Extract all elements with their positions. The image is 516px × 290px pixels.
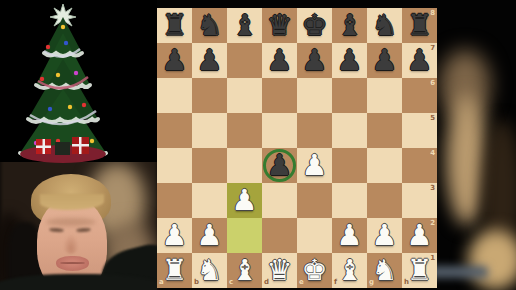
square-f6[interactable] (332, 78, 367, 113)
square-h4[interactable]: 4 (402, 148, 437, 183)
black-knight-g8[interactable]: ♞ (367, 8, 402, 43)
square-e8[interactable]: ♚ (297, 8, 332, 43)
square-b1[interactable]: ♞b (192, 253, 227, 288)
streamer-shirt (0, 274, 157, 290)
square-f3[interactable] (332, 183, 367, 218)
rank-coordinate-5: 5 (430, 115, 435, 122)
background-blob (468, 230, 516, 290)
square-b8[interactable]: ♞ (192, 8, 227, 43)
square-c4[interactable] (227, 148, 262, 183)
black-pawn-d7[interactable]: ♟ (262, 43, 297, 78)
black-bishop-c8[interactable]: ♝ (227, 8, 262, 43)
square-f1[interactable]: ♝f (332, 253, 367, 288)
square-a1[interactable]: ♜a (157, 253, 192, 288)
square-d4[interactable]: ♟ (262, 148, 297, 183)
streamer-lip-line (60, 262, 85, 264)
square-e7[interactable]: ♟ (297, 43, 332, 78)
file-coordinate-f: f (334, 279, 337, 286)
file-coordinate-e: e (299, 279, 304, 286)
square-d3[interactable] (262, 183, 297, 218)
square-d1[interactable]: ♛d (262, 253, 297, 288)
black-rook-a8[interactable]: ♜ (157, 8, 192, 43)
square-e2[interactable] (297, 218, 332, 253)
square-e6[interactable] (297, 78, 332, 113)
square-a2[interactable]: ♟ (157, 218, 192, 253)
black-pawn-b7[interactable]: ♟ (192, 43, 227, 78)
square-b6[interactable] (192, 78, 227, 113)
square-f7[interactable]: ♟ (332, 43, 367, 78)
square-d7[interactable]: ♟ (262, 43, 297, 78)
white-pawn-e4[interactable]: ♟ (297, 148, 332, 183)
rank-coordinate-3: 3 (430, 185, 435, 192)
square-b3[interactable] (192, 183, 227, 218)
rank-coordinate-2: 2 (430, 220, 435, 227)
square-c7[interactable] (227, 43, 262, 78)
square-h8[interactable]: ♜8 (402, 8, 437, 43)
christmas-tree (8, 3, 118, 166)
rank-coordinate-6: 6 (430, 80, 435, 87)
black-pawn-f7[interactable]: ♟ (332, 43, 367, 78)
square-c6[interactable] (227, 78, 262, 113)
streamer-brow (46, 218, 96, 226)
square-b5[interactable] (192, 113, 227, 148)
rank-coordinate-1: 1 (430, 255, 435, 262)
square-h5[interactable]: 5 (402, 113, 437, 148)
square-a7[interactable]: ♟ (157, 43, 192, 78)
square-h2[interactable]: ♟2 (402, 218, 437, 253)
square-f4[interactable] (332, 148, 367, 183)
square-b4[interactable] (192, 148, 227, 183)
black-pawn-e7[interactable]: ♟ (297, 43, 332, 78)
square-c3[interactable]: ♟ (227, 183, 262, 218)
file-coordinate-b: b (194, 279, 199, 286)
square-e3[interactable] (297, 183, 332, 218)
square-a8[interactable]: ♜ (157, 8, 192, 43)
square-f5[interactable] (332, 113, 367, 148)
file-coordinate-g: g (369, 279, 374, 286)
square-h1[interactable]: ♜1h (402, 253, 437, 288)
square-e1[interactable]: ♚e (297, 253, 332, 288)
streamer-nose (63, 234, 79, 254)
square-g4[interactable] (367, 148, 402, 183)
rank-coordinate-7: 7 (430, 45, 435, 52)
video-frame: ♜♞♝♛♚♝♞♜8♟♟♟♟♟♟♟765♟♟4♟3♟♟♟♟♟2♜a♞b♝c♛d♚e… (0, 0, 516, 290)
square-d8[interactable]: ♛ (262, 8, 297, 43)
white-bishop-f1[interactable]: ♝ (332, 253, 367, 288)
square-a6[interactable] (157, 78, 192, 113)
square-c8[interactable]: ♝ (227, 8, 262, 43)
square-g2[interactable]: ♟ (367, 218, 402, 253)
white-pawn-c3[interactable]: ♟ (227, 183, 262, 218)
chess-board: ♜♞♝♛♚♝♞♜8♟♟♟♟♟♟♟765♟♟4♟3♟♟♟♟♟2♜a♞b♝c♛d♚e… (157, 8, 437, 288)
square-g7[interactable]: ♟ (367, 43, 402, 78)
square-d6[interactable] (262, 78, 297, 113)
black-knight-b8[interactable]: ♞ (192, 8, 227, 43)
square-g6[interactable] (367, 78, 402, 113)
file-coordinate-c: c (229, 279, 233, 286)
square-c2[interactable] (227, 218, 262, 253)
square-c5[interactable] (227, 113, 262, 148)
file-coordinate-h: h (404, 279, 409, 286)
black-pawn-d4[interactable]: ♟ (262, 148, 297, 183)
square-d2[interactable] (262, 218, 297, 253)
streamer-webcam (0, 160, 157, 290)
square-a3[interactable] (157, 183, 192, 218)
square-e5[interactable] (297, 113, 332, 148)
square-e4[interactable]: ♟ (297, 148, 332, 183)
square-h6[interactable]: 6 (402, 78, 437, 113)
black-bishop-f8[interactable]: ♝ (332, 8, 367, 43)
square-c1[interactable]: ♝c (227, 253, 262, 288)
square-h7[interactable]: ♟7 (402, 43, 437, 78)
square-b2[interactable]: ♟ (192, 218, 227, 253)
file-coordinate-a: a (159, 279, 164, 286)
square-a5[interactable] (157, 113, 192, 148)
black-pawn-a7[interactable]: ♟ (157, 43, 192, 78)
square-g1[interactable]: ♞g (367, 253, 402, 288)
black-queen-d8[interactable]: ♛ (262, 8, 297, 43)
square-d5[interactable] (262, 113, 297, 148)
file-coordinate-d: d (264, 279, 269, 286)
square-a4[interactable] (157, 148, 192, 183)
background-blob (428, 266, 488, 278)
rank-coordinate-4: 4 (430, 150, 435, 157)
square-h3[interactable]: 3 (402, 183, 437, 218)
white-pawn-a2[interactable]: ♟ (157, 218, 192, 253)
black-pawn-g7[interactable]: ♟ (367, 43, 402, 78)
square-g8[interactable]: ♞ (367, 8, 402, 43)
white-pawn-b2[interactable]: ♟ (192, 218, 227, 253)
black-king-e8[interactable]: ♚ (297, 8, 332, 43)
square-g3[interactable] (367, 183, 402, 218)
rank-coordinate-8: 8 (430, 10, 435, 17)
square-g5[interactable] (367, 113, 402, 148)
white-pawn-f2[interactable]: ♟ (332, 218, 367, 253)
square-b7[interactable]: ♟ (192, 43, 227, 78)
square-f2[interactable]: ♟ (332, 218, 367, 253)
square-f8[interactable]: ♝ (332, 8, 367, 43)
white-pawn-g2[interactable]: ♟ (367, 218, 402, 253)
